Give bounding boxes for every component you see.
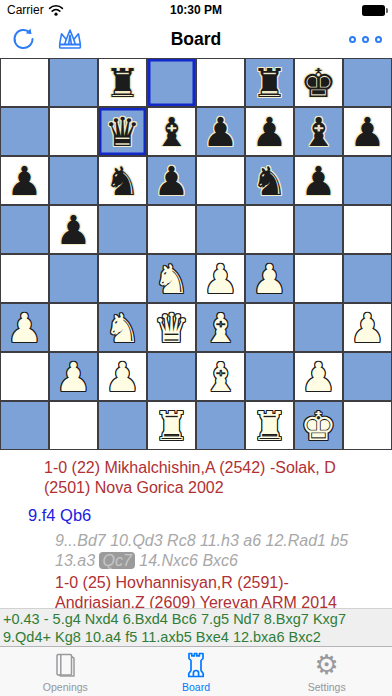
square-f4[interactable]: ♟ [245, 254, 294, 303]
square-a2[interactable] [0, 352, 49, 401]
nav-bar: Board [0, 20, 392, 58]
tab-label: Board [182, 681, 210, 693]
ellipsis-icon [375, 36, 382, 43]
engine-line-1: +0.43 - 5.g4 Nxd4 6.Bxd4 Bc6 7.g5 Nd7 8.… [3, 610, 389, 628]
chess-board[interactable]: ♜♜♚♛♝♟♟♝♟♟♞♟♞♟♟♞♟♟♟♞♛♝♟♟♟♝♟♜♜♚ [0, 58, 392, 450]
square-e2[interactable]: ♝ [196, 352, 245, 401]
square-a8[interactable] [0, 58, 49, 107]
square-d8[interactable] [147, 58, 196, 107]
variation-after[interactable]: 14.Nxc6 Bxc6 [135, 552, 238, 569]
square-h7[interactable]: ♟ [343, 107, 392, 156]
white-king-g1[interactable]: ♚ [301, 403, 337, 449]
black-bishop-d7[interactable]: ♝ [154, 109, 190, 155]
battery-icon [362, 5, 385, 16]
square-d4[interactable]: ♞ [147, 254, 196, 303]
square-h3[interactable]: ♟ [343, 303, 392, 352]
square-d5[interactable] [147, 205, 196, 254]
square-c2[interactable]: ♟ [98, 352, 147, 401]
square-a4[interactable] [0, 254, 49, 303]
tab-openings[interactable]: Openings [0, 647, 131, 696]
square-b4[interactable] [49, 254, 98, 303]
tab-label: Openings [43, 681, 88, 693]
square-h1[interactable] [343, 401, 392, 450]
square-a6[interactable]: ♟ [0, 156, 49, 205]
white-bishop-e3[interactable]: ♝ [203, 305, 239, 351]
black-queen-c7[interactable]: ♛ [105, 109, 141, 155]
square-c4[interactable] [98, 254, 147, 303]
square-g8[interactable]: ♚ [294, 58, 343, 107]
square-e7[interactable]: ♟ [196, 107, 245, 156]
black-rook-c8[interactable]: ♜ [105, 60, 141, 106]
black-pawn-f7[interactable]: ♟ [252, 109, 288, 155]
square-b1[interactable] [49, 401, 98, 450]
square-a5[interactable] [0, 205, 49, 254]
square-g3[interactable] [294, 303, 343, 352]
square-g4[interactable] [294, 254, 343, 303]
more-options-button[interactable] [349, 36, 382, 43]
square-e6[interactable] [196, 156, 245, 205]
clipped-variation-line[interactable]: Rxb7 14.Nxc6 Rc8 [0, 450, 392, 455]
white-queen-d3[interactable]: ♛ [154, 305, 190, 351]
white-pawn-a3[interactable]: ♟ [7, 305, 43, 351]
square-h2[interactable] [343, 352, 392, 401]
white-pawn-f4[interactable]: ♟ [252, 256, 288, 302]
square-d1[interactable]: ♜ [147, 401, 196, 450]
variation-line-1[interactable]: 9...Bd7 10.Qd3 Rc8 11.h3 a6 12.Rad1 b5 [0, 531, 392, 551]
square-b5[interactable]: ♟ [49, 205, 98, 254]
square-f7[interactable]: ♟ [245, 107, 294, 156]
square-a3[interactable]: ♟ [0, 303, 49, 352]
square-a7[interactable] [0, 107, 49, 156]
square-g1[interactable]: ♚ [294, 401, 343, 450]
square-e4[interactable]: ♟ [196, 254, 245, 303]
variation-line-2[interactable]: 13.a3 Qc7 14.Nxc6 Bxc6 [0, 551, 392, 571]
square-b6[interactable] [49, 156, 98, 205]
black-pawn-a6[interactable]: ♟ [7, 158, 43, 204]
square-e5[interactable] [196, 205, 245, 254]
white-pawn-e4[interactable]: ♟ [203, 256, 239, 302]
game-reference[interactable]: 1-0 (25) Hovhannisyan,R (2591)- Andriasi… [0, 573, 392, 608]
rook-icon [183, 650, 209, 680]
white-pawn-g2[interactable]: ♟ [301, 354, 337, 400]
square-c1[interactable] [98, 401, 147, 450]
gear-icon: ⚙ [315, 650, 339, 680]
book-icon [50, 650, 80, 680]
tab-board[interactable]: Board [131, 647, 262, 696]
black-pawn-g6[interactable]: ♟ [301, 158, 337, 204]
main-move-line[interactable]: 9.f4 Qb6 [0, 505, 392, 525]
square-f6[interactable]: ♞ [245, 156, 294, 205]
black-knight-c6[interactable]: ♞ [105, 158, 141, 204]
square-h4[interactable] [343, 254, 392, 303]
white-rook-f1[interactable]: ♜ [252, 403, 288, 449]
square-d6[interactable]: ♟ [147, 156, 196, 205]
square-e8[interactable] [196, 58, 245, 107]
white-pawn-b2[interactable]: ♟ [56, 354, 92, 400]
square-d7[interactable]: ♝ [147, 107, 196, 156]
chess-app: Carrier 10:30 PM [0, 0, 392, 696]
white-pawn-h3[interactable]: ♟ [350, 305, 386, 351]
square-g5[interactable] [294, 205, 343, 254]
black-knight-f6[interactable]: ♞ [252, 158, 288, 204]
variation-before[interactable]: 13.a3 [55, 552, 99, 569]
square-c7[interactable]: ♛ [98, 107, 147, 156]
crown-button[interactable] [54, 27, 86, 52]
square-e3[interactable]: ♝ [196, 303, 245, 352]
white-knight-c3[interactable]: ♞ [105, 305, 141, 351]
square-c5[interactable] [98, 205, 147, 254]
black-bishop-g7[interactable]: ♝ [301, 109, 337, 155]
black-pawn-b5[interactable]: ♟ [56, 207, 92, 253]
status-bar: Carrier 10:30 PM [0, 0, 392, 20]
engine-line-2: 9.Qd4+ Kg8 10.a4 f5 11.axb5 Bxe4 12.bxa6… [3, 628, 389, 646]
square-e1[interactable] [196, 401, 245, 450]
white-pawn-c2[interactable]: ♟ [105, 354, 141, 400]
tab-settings[interactable]: ⚙ Settings [261, 647, 392, 696]
white-knight-d4[interactable]: ♞ [154, 256, 190, 302]
square-h8[interactable] [343, 58, 392, 107]
selected-move-badge[interactable]: Qc7 [99, 552, 134, 569]
square-c8[interactable]: ♜ [98, 58, 147, 107]
clock: 10:30 PM [0, 3, 392, 17]
square-c6[interactable]: ♞ [98, 156, 147, 205]
square-f1[interactable]: ♜ [245, 401, 294, 450]
square-f5[interactable] [245, 205, 294, 254]
square-a1[interactable] [0, 401, 49, 450]
ellipsis-icon [349, 36, 356, 43]
square-f3[interactable] [245, 303, 294, 352]
ellipsis-icon [362, 36, 369, 43]
square-f8[interactable]: ♜ [245, 58, 294, 107]
square-d2[interactable] [147, 352, 196, 401]
black-pawn-h7[interactable]: ♟ [350, 109, 386, 155]
black-rook-f8[interactable]: ♜ [252, 60, 288, 106]
square-b2[interactable]: ♟ [49, 352, 98, 401]
square-h6[interactable] [343, 156, 392, 205]
refresh-button[interactable] [10, 26, 38, 52]
white-bishop-e2[interactable]: ♝ [203, 354, 239, 400]
game-reference[interactable]: 1-0 (22) Mikhalchishin,A (2542) -Solak, … [0, 458, 392, 498]
tab-label: Settings [308, 681, 346, 693]
black-pawn-e7[interactable]: ♟ [203, 109, 239, 155]
engine-analysis-bar[interactable]: +0.43 - 5.g4 Nxd4 6.Bxd4 Bc6 7.g5 Nd7 8.… [0, 608, 392, 646]
square-h5[interactable] [343, 205, 392, 254]
moves-panel[interactable]: Rxb7 14.Nxc6 Rc8 1-0 (22) Mikhalchishin,… [0, 450, 392, 608]
square-d3[interactable]: ♛ [147, 303, 196, 352]
square-f2[interactable] [245, 352, 294, 401]
square-b7[interactable] [49, 107, 98, 156]
square-g6[interactable]: ♟ [294, 156, 343, 205]
black-pawn-d6[interactable]: ♟ [154, 158, 190, 204]
square-g2[interactable]: ♟ [294, 352, 343, 401]
black-king-g8[interactable]: ♚ [301, 60, 337, 106]
square-b3[interactable] [49, 303, 98, 352]
square-b8[interactable] [49, 58, 98, 107]
white-rook-d1[interactable]: ♜ [154, 403, 190, 449]
square-g7[interactable]: ♝ [294, 107, 343, 156]
tab-bar: Openings Board ⚙ Settings [0, 646, 392, 696]
square-c3[interactable]: ♞ [98, 303, 147, 352]
